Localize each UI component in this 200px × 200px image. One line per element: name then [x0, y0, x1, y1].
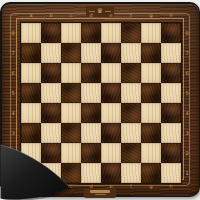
- square-g4[interactable]: [141, 103, 161, 123]
- square-d2[interactable]: [81, 143, 101, 163]
- square-b5[interactable]: [41, 83, 61, 103]
- square-h1[interactable]: [161, 163, 181, 183]
- square-a8[interactable]: [21, 23, 41, 43]
- square-g8[interactable]: [141, 23, 161, 43]
- square-c5[interactable]: [61, 83, 81, 103]
- square-a2[interactable]: [21, 143, 41, 163]
- square-e7[interactable]: [101, 43, 121, 63]
- square-f4[interactable]: [121, 103, 141, 123]
- square-d4[interactable]: [81, 103, 101, 123]
- maker-mark-line2: [95, 194, 106, 196]
- square-g6[interactable]: [141, 63, 161, 83]
- square-f1[interactable]: [121, 163, 141, 183]
- square-g5[interactable]: [141, 83, 161, 103]
- rollup-chess-mat: ♛ a b c d e f g h a b c d e f g h 8 7 6 …: [0, 2, 200, 197]
- square-c3[interactable]: [61, 123, 81, 143]
- square-c6[interactable]: [61, 63, 81, 83]
- square-b6[interactable]: [41, 63, 61, 83]
- square-h7[interactable]: [161, 43, 181, 63]
- square-h3[interactable]: [161, 123, 181, 143]
- square-e3[interactable]: [101, 123, 121, 143]
- square-c8[interactable]: [61, 23, 81, 43]
- square-b3[interactable]: [41, 123, 61, 143]
- square-d6[interactable]: [81, 63, 101, 83]
- crown-emblem: ♛: [86, 6, 114, 17]
- square-g3[interactable]: [141, 123, 161, 143]
- square-f8[interactable]: [121, 23, 141, 43]
- chess-board[interactable]: [21, 23, 181, 183]
- square-d5[interactable]: [81, 83, 101, 103]
- square-h2[interactable]: [161, 143, 181, 163]
- square-b4[interactable]: [41, 103, 61, 123]
- square-h6[interactable]: [161, 63, 181, 83]
- square-b1[interactable]: [41, 163, 61, 183]
- square-h4[interactable]: [161, 103, 181, 123]
- square-c7[interactable]: [61, 43, 81, 63]
- square-e5[interactable]: [101, 83, 121, 103]
- square-a6[interactable]: [21, 63, 41, 83]
- square-e6[interactable]: [101, 63, 121, 83]
- square-g7[interactable]: [141, 43, 161, 63]
- maker-mark-line1: [90, 190, 110, 193]
- square-d3[interactable]: [81, 123, 101, 143]
- square-f3[interactable]: [121, 123, 141, 143]
- square-b2[interactable]: [41, 143, 61, 163]
- square-a7[interactable]: [21, 43, 41, 63]
- square-a1[interactable]: [21, 163, 41, 183]
- square-d8[interactable]: [81, 23, 101, 43]
- square-a3[interactable]: [21, 123, 41, 143]
- square-f7[interactable]: [121, 43, 141, 63]
- square-b8[interactable]: [41, 23, 61, 43]
- square-c2[interactable]: [61, 143, 81, 163]
- square-d7[interactable]: [81, 43, 101, 63]
- square-f5[interactable]: [121, 83, 141, 103]
- square-g1[interactable]: [141, 163, 161, 183]
- square-c4[interactable]: [61, 103, 81, 123]
- square-h5[interactable]: [161, 83, 181, 103]
- square-e8[interactable]: [101, 23, 121, 43]
- crown-emblem-glyph: ♛: [97, 8, 103, 15]
- square-a5[interactable]: [21, 83, 41, 103]
- square-e4[interactable]: [101, 103, 121, 123]
- photo-background: ♛ a b c d e f g h a b c d e f g h 8 7 6 …: [0, 0, 200, 200]
- square-h8[interactable]: [161, 23, 181, 43]
- maker-mark: [84, 188, 116, 198]
- square-b7[interactable]: [41, 43, 61, 63]
- square-d1[interactable]: [81, 163, 101, 183]
- square-e1[interactable]: [101, 163, 121, 183]
- square-e2[interactable]: [101, 143, 121, 163]
- square-g2[interactable]: [141, 143, 161, 163]
- square-a4[interactable]: [21, 103, 41, 123]
- square-c1[interactable]: [61, 163, 81, 183]
- square-f2[interactable]: [121, 143, 141, 163]
- square-f6[interactable]: [121, 63, 141, 83]
